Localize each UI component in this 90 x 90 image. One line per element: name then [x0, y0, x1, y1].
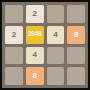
empty-cell-r1c3 [47, 5, 65, 23]
empty-cell-r1c4 [67, 5, 85, 23]
tile-8-r4c2: 8 [26, 67, 44, 85]
empty-cell-r3c4 [67, 47, 85, 65]
tile-2048-r2c2: 2048 [26, 26, 44, 44]
empty-cell-r3c1 [5, 47, 23, 65]
tile-4-r3c2: 4 [26, 47, 44, 65]
empty-cell-r4c4 [67, 67, 85, 85]
tile-2-r1c2: 2 [26, 5, 44, 23]
empty-cell-r3c3 [47, 47, 65, 65]
game-board-2048[interactable]: 2220484848 [0, 0, 90, 90]
tile-4-r2c3: 4 [47, 26, 65, 44]
tile-2-r2c1: 2 [5, 26, 23, 44]
empty-cell-r1c1 [5, 5, 23, 23]
empty-cell-r4c1 [5, 67, 23, 85]
tile-8-r2c4: 8 [67, 26, 85, 44]
empty-cell-r4c3 [47, 67, 65, 85]
